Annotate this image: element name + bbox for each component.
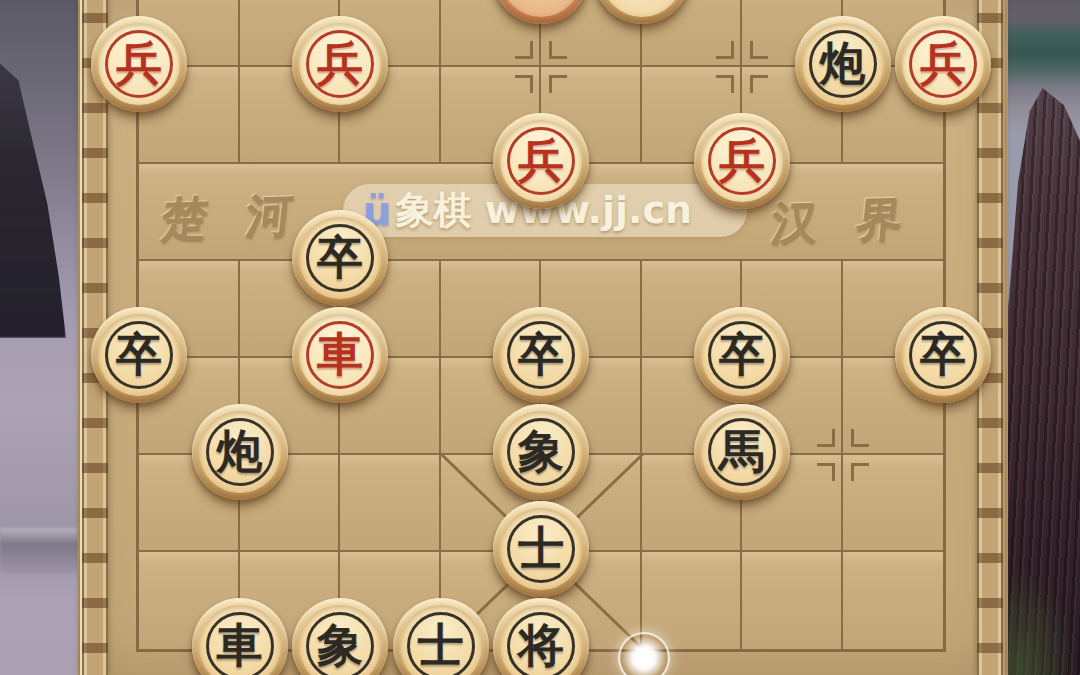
piece-ring: [105, 321, 173, 389]
point-marker: [716, 41, 768, 93]
piece-ring: [909, 30, 977, 98]
piece-ring: [206, 612, 274, 675]
piece-ring: [507, 418, 575, 486]
board-cell[interactable]: [843, 552, 944, 649]
piece-black-卒[interactable]: 卒: [895, 307, 991, 403]
piece-ring: [105, 30, 173, 98]
piece-face: 兵: [701, 120, 783, 202]
touch-glow-effect: [618, 632, 670, 675]
piece-face: 士: [400, 605, 482, 675]
piece-face: 炮: [802, 23, 884, 105]
piece-face: 兵: [500, 120, 582, 202]
point-marker-corner: [817, 429, 835, 447]
point-marker-corner: [549, 41, 567, 59]
point-marker-corner: [851, 429, 869, 447]
piece-black-炮[interactable]: 炮: [795, 16, 891, 112]
point-marker-corner: [716, 41, 734, 59]
piece-face: 車: [299, 314, 381, 396]
piece-ring: [306, 321, 374, 389]
piece-ring: [206, 418, 274, 486]
piece-black-象[interactable]: 象: [493, 404, 589, 500]
piece-face: 将: [500, 605, 582, 675]
point-marker-corner: [515, 41, 533, 59]
board-cell[interactable]: [742, 552, 843, 649]
piece-black-卒[interactable]: 卒: [292, 210, 388, 306]
piece-face: 馬: [701, 411, 783, 493]
piece-face: [500, 0, 582, 17]
point-marker-corner: [750, 41, 768, 59]
point-marker: [817, 429, 869, 481]
piece-black-卒[interactable]: 卒: [91, 307, 187, 403]
piece-ring: [306, 30, 374, 98]
background-right-scenery: [1008, 0, 1080, 675]
board-cell[interactable]: [340, 455, 441, 552]
point-marker: [515, 41, 567, 93]
piece-red-兵[interactable]: 兵: [91, 16, 187, 112]
right-moss-patch: [1008, 560, 1080, 675]
piece-face: 士: [500, 508, 582, 590]
piece-face: 卒: [500, 314, 582, 396]
piece-face: 卒: [299, 217, 381, 299]
background-left-scenery: [0, 0, 78, 675]
piece-red-兵[interactable]: 兵: [292, 16, 388, 112]
piece-ring: [407, 612, 475, 675]
piece-face: 卒: [701, 314, 783, 396]
point-marker-corner: [515, 75, 533, 93]
left-rock-silhouette: [0, 58, 66, 338]
point-marker-corner: [549, 75, 567, 93]
piece-face: 象: [299, 605, 381, 675]
piece-face: 炮: [199, 411, 281, 493]
piece-ring: [708, 418, 776, 486]
piece-black-士[interactable]: 士: [493, 501, 589, 597]
piece-ring: [306, 224, 374, 292]
point-marker-corner: [817, 463, 835, 481]
point-marker-corner: [851, 463, 869, 481]
xiangqi-game-screen: 楚河 汉界 ü 象棋 www.jj.cn 兵兵炮兵兵兵卒卒車卒卒卒炮象馬士車象士…: [0, 0, 1080, 675]
piece-face: [601, 0, 683, 17]
piece-face: 兵: [299, 23, 381, 105]
point-marker-corner: [716, 75, 734, 93]
piece-face: 兵: [902, 23, 984, 105]
piece-ring: [909, 321, 977, 389]
piece-face: 兵: [98, 23, 180, 105]
left-mist-ridge: [0, 528, 78, 574]
point-marker-corner: [750, 75, 768, 93]
piece-red-車[interactable]: 車: [292, 307, 388, 403]
piece-black-卒[interactable]: 卒: [694, 307, 790, 403]
piece-ring: [306, 612, 374, 675]
piece-ring: [809, 30, 877, 98]
piece-ring: [507, 321, 575, 389]
piece-ring: [507, 515, 575, 583]
piece-red-兵[interactable]: 兵: [694, 113, 790, 209]
piece-face: 卒: [98, 314, 180, 396]
piece-face: 車: [199, 605, 281, 675]
piece-black-卒[interactable]: 卒: [493, 307, 589, 403]
piece-red-兵[interactable]: 兵: [493, 113, 589, 209]
piece-black-馬[interactable]: 馬: [694, 404, 790, 500]
piece-face: 卒: [902, 314, 984, 396]
piece-red-兵[interactable]: 兵: [895, 16, 991, 112]
piece-black-炮[interactable]: 炮: [192, 404, 288, 500]
piece-ring: [507, 612, 575, 675]
piece-face: 象: [500, 411, 582, 493]
piece-ring: [708, 321, 776, 389]
piece-ring: [708, 127, 776, 195]
river-label-right: 汉界: [768, 187, 943, 255]
piece-ring: [507, 127, 575, 195]
